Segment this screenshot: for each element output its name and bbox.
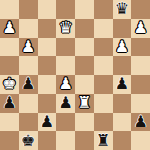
square-b5[interactable] [19,56,38,75]
square-c3[interactable] [38,94,57,113]
white-rook[interactable]: ♜ [77,95,91,111]
square-d1[interactable] [56,131,75,150]
square-f8[interactable] [94,0,113,19]
square-c7[interactable] [38,19,57,38]
square-d4[interactable]: ♟ [56,75,75,94]
square-e4[interactable] [75,75,94,94]
chess-board: ♛♟♛♟♟♟♚♟♟♟♟♟♜♟♟♚♜ [0,0,150,150]
square-c4[interactable] [38,75,57,94]
square-b2[interactable] [19,113,38,132]
square-c6[interactable] [38,38,57,57]
square-a1[interactable] [0,131,19,150]
square-g8[interactable]: ♛ [113,0,132,19]
square-f5[interactable] [94,56,113,75]
square-f4[interactable] [94,75,113,94]
square-a8[interactable] [0,0,19,19]
white-pawn[interactable]: ♟ [2,20,16,36]
square-h8[interactable] [131,0,150,19]
square-f1[interactable]: ♜ [94,131,113,150]
square-d7[interactable]: ♛ [56,19,75,38]
black-king[interactable]: ♚ [21,132,35,148]
square-g2[interactable] [113,113,132,132]
white-pawn[interactable]: ♟ [115,38,129,54]
square-a4[interactable]: ♚ [0,75,19,94]
square-d8[interactable] [56,0,75,19]
black-pawn[interactable]: ♟ [40,113,54,129]
square-e2[interactable] [75,113,94,132]
square-f2[interactable] [94,113,113,132]
square-b3[interactable] [19,94,38,113]
square-f7[interactable] [94,19,113,38]
square-h5[interactable] [131,56,150,75]
square-e8[interactable] [75,0,94,19]
white-pawn[interactable]: ♟ [21,38,35,54]
square-a5[interactable] [0,56,19,75]
square-d3[interactable]: ♟ [56,94,75,113]
square-g6[interactable]: ♟ [113,38,132,57]
square-a2[interactable] [0,113,19,132]
square-g1[interactable] [113,131,132,150]
square-c2[interactable]: ♟ [38,113,57,132]
square-h3[interactable] [131,94,150,113]
black-queen[interactable]: ♛ [115,1,129,17]
square-a6[interactable] [0,38,19,57]
black-pawn[interactable]: ♟ [2,95,16,111]
square-c5[interactable] [38,56,57,75]
square-c1[interactable] [38,131,57,150]
square-d5[interactable] [56,56,75,75]
white-king[interactable]: ♚ [2,76,16,92]
white-pawn[interactable]: ♟ [133,20,147,36]
square-b4[interactable]: ♟ [19,75,38,94]
white-pawn[interactable]: ♟ [58,76,72,92]
square-b8[interactable] [19,0,38,19]
black-rook[interactable]: ♜ [96,132,110,148]
square-d2[interactable] [56,113,75,132]
square-f6[interactable] [94,38,113,57]
square-c8[interactable] [38,0,57,19]
square-g3[interactable] [113,94,132,113]
square-g4[interactable]: ♟ [113,75,132,94]
square-h7[interactable]: ♟ [131,19,150,38]
white-queen[interactable]: ♛ [58,20,72,36]
square-b1[interactable]: ♚ [19,131,38,150]
black-pawn[interactable]: ♟ [58,95,72,111]
square-e1[interactable] [75,131,94,150]
square-b6[interactable]: ♟ [19,38,38,57]
black-pawn[interactable]: ♟ [21,76,35,92]
square-h6[interactable] [131,38,150,57]
square-h1[interactable] [131,131,150,150]
square-e3[interactable]: ♜ [75,94,94,113]
black-pawn[interactable]: ♟ [133,113,147,129]
square-a7[interactable]: ♟ [0,19,19,38]
square-e7[interactable] [75,19,94,38]
square-f3[interactable] [94,94,113,113]
square-b7[interactable] [19,19,38,38]
square-a3[interactable]: ♟ [0,94,19,113]
square-g7[interactable] [113,19,132,38]
square-e5[interactable] [75,56,94,75]
square-d6[interactable] [56,38,75,57]
square-h4[interactable] [131,75,150,94]
square-g5[interactable] [113,56,132,75]
black-pawn[interactable]: ♟ [115,76,129,92]
square-e6[interactable] [75,38,94,57]
square-h2[interactable]: ♟ [131,113,150,132]
